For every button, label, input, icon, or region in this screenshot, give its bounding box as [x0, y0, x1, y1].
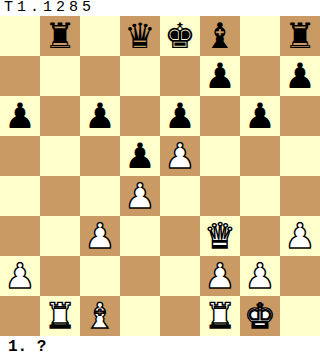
square-h4[interactable]: [280, 176, 320, 216]
square-h2[interactable]: [280, 256, 320, 296]
square-c8[interactable]: [80, 16, 120, 56]
square-e1[interactable]: [160, 296, 200, 336]
square-d8[interactable]: ♛: [120, 16, 160, 56]
black-pawn[interactable]: ♟: [84, 96, 115, 136]
square-c6[interactable]: ♟: [80, 96, 120, 136]
square-c1[interactable]: ♝: [80, 296, 120, 336]
square-a5[interactable]: [0, 136, 40, 176]
black-pawn[interactable]: ♟: [284, 56, 315, 96]
square-f5[interactable]: [200, 136, 240, 176]
white-pawn[interactable]: ♟: [244, 256, 275, 296]
square-a4[interactable]: [0, 176, 40, 216]
square-h8[interactable]: ♜: [280, 16, 320, 56]
square-a8[interactable]: [0, 16, 40, 56]
square-g8[interactable]: [240, 16, 280, 56]
white-bishop[interactable]: ♝: [84, 296, 115, 336]
square-b8[interactable]: ♜: [40, 16, 80, 56]
black-pawn[interactable]: ♟: [204, 56, 235, 96]
square-d6[interactable]: [120, 96, 160, 136]
white-pawn[interactable]: ♟: [284, 216, 315, 256]
white-pawn[interactable]: ♟: [124, 176, 155, 216]
square-h3[interactable]: ♟: [280, 216, 320, 256]
square-e3[interactable]: [160, 216, 200, 256]
square-b5[interactable]: [40, 136, 80, 176]
white-queen[interactable]: ♛: [204, 216, 235, 256]
black-king[interactable]: ♚: [164, 16, 195, 56]
square-h7[interactable]: ♟: [280, 56, 320, 96]
square-e8[interactable]: ♚: [160, 16, 200, 56]
white-pawn[interactable]: ♟: [84, 216, 115, 256]
square-e6[interactable]: ♟: [160, 96, 200, 136]
square-e4[interactable]: [160, 176, 200, 216]
square-a2[interactable]: ♟: [0, 256, 40, 296]
square-h6[interactable]: [280, 96, 320, 136]
square-f6[interactable]: [200, 96, 240, 136]
black-pawn[interactable]: ♟: [244, 96, 275, 136]
square-g4[interactable]: [240, 176, 280, 216]
square-a1[interactable]: [0, 296, 40, 336]
square-f1[interactable]: ♜: [200, 296, 240, 336]
square-h5[interactable]: [280, 136, 320, 176]
square-c7[interactable]: [80, 56, 120, 96]
white-rook[interactable]: ♜: [44, 296, 75, 336]
black-pawn[interactable]: ♟: [124, 136, 155, 176]
square-h1[interactable]: [280, 296, 320, 336]
white-rook[interactable]: ♜: [204, 296, 235, 336]
square-b2[interactable]: [40, 256, 80, 296]
square-g2[interactable]: ♟: [240, 256, 280, 296]
square-b4[interactable]: [40, 176, 80, 216]
black-pawn[interactable]: ♟: [4, 96, 35, 136]
square-b3[interactable]: [40, 216, 80, 256]
square-d4[interactable]: ♟: [120, 176, 160, 216]
square-f4[interactable]: [200, 176, 240, 216]
square-c4[interactable]: [80, 176, 120, 216]
square-g7[interactable]: [240, 56, 280, 96]
white-pawn[interactable]: ♟: [4, 256, 35, 296]
square-a6[interactable]: ♟: [0, 96, 40, 136]
square-f3[interactable]: ♛: [200, 216, 240, 256]
square-a7[interactable]: [0, 56, 40, 96]
move-prompt: 1. ?: [0, 336, 320, 360]
square-a3[interactable]: [0, 216, 40, 256]
puzzle-title: T1.1285: [0, 0, 320, 16]
square-d5[interactable]: ♟: [120, 136, 160, 176]
square-d3[interactable]: [120, 216, 160, 256]
black-rook[interactable]: ♜: [284, 16, 315, 56]
square-e5[interactable]: ♟: [160, 136, 200, 176]
black-bishop[interactable]: ♝: [204, 16, 235, 56]
white-king[interactable]: ♚: [244, 296, 275, 336]
white-pawn[interactable]: ♟: [164, 136, 195, 176]
square-b7[interactable]: [40, 56, 80, 96]
square-g3[interactable]: [240, 216, 280, 256]
square-e2[interactable]: [160, 256, 200, 296]
white-pawn[interactable]: ♟: [204, 256, 235, 296]
square-c2[interactable]: [80, 256, 120, 296]
chess-board: ♜♛♚♝♜♟♟♟♟♟♟♟♟♟♟♛♟♟♟♟♜♝♜♚: [0, 16, 320, 336]
black-pawn[interactable]: ♟: [164, 96, 195, 136]
square-g6[interactable]: ♟: [240, 96, 280, 136]
square-g1[interactable]: ♚: [240, 296, 280, 336]
square-b1[interactable]: ♜: [40, 296, 80, 336]
square-b6[interactable]: [40, 96, 80, 136]
black-rook[interactable]: ♜: [44, 16, 75, 56]
square-d1[interactable]: [120, 296, 160, 336]
square-d2[interactable]: [120, 256, 160, 296]
square-e7[interactable]: [160, 56, 200, 96]
square-f2[interactable]: ♟: [200, 256, 240, 296]
square-f8[interactable]: ♝: [200, 16, 240, 56]
square-c5[interactable]: [80, 136, 120, 176]
square-g5[interactable]: [240, 136, 280, 176]
black-queen[interactable]: ♛: [124, 16, 155, 56]
square-c3[interactable]: ♟: [80, 216, 120, 256]
square-d7[interactable]: [120, 56, 160, 96]
square-f7[interactable]: ♟: [200, 56, 240, 96]
